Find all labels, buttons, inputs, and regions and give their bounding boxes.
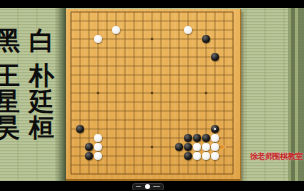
pointer-arrow-icon <box>221 144 226 150</box>
duration-hint <box>153 186 160 187</box>
white-stone <box>211 143 219 151</box>
black-stone <box>193 134 201 142</box>
black-player-column: 黑 王星昊 <box>0 27 21 140</box>
white-stone <box>112 26 120 34</box>
white-stone <box>94 143 102 151</box>
white-label: 白 <box>28 27 55 53</box>
black-stone <box>85 152 93 160</box>
black-stone <box>184 152 192 160</box>
white-stone <box>202 152 210 160</box>
black-stone <box>211 125 219 133</box>
white-player-name: 朴廷桓 <box>28 62 55 140</box>
tatami-background: 黑 王星昊 白 朴廷桓 徐老师围棋教室 <box>0 8 304 181</box>
go-board <box>66 9 241 181</box>
black-stone <box>211 53 219 61</box>
last-move-marker <box>214 128 217 131</box>
white-stone <box>184 26 192 34</box>
black-stone <box>85 143 93 151</box>
player-panel: 黑 王星昊 白 朴廷桓 <box>0 27 55 140</box>
black-player-name: 王星昊 <box>0 62 21 140</box>
letterbox-bottom <box>0 181 304 190</box>
white-stone <box>211 134 219 142</box>
white-stone <box>94 134 102 142</box>
black-stone <box>184 134 192 142</box>
white-player-column: 白 朴廷桓 <box>28 27 55 140</box>
white-stone <box>202 143 210 151</box>
white-stone <box>193 143 201 151</box>
black-stone <box>202 134 210 142</box>
watermark-text: 徐老师围棋教室 <box>250 151 304 162</box>
video-frame: 黑 王星昊 白 朴廷桓 徐老师围棋教室 <box>0 0 304 190</box>
black-stone <box>202 35 210 43</box>
elapsed-time-hint <box>136 186 141 187</box>
stones-layer <box>67 8 238 179</box>
progress-knob[interactable] <box>145 184 150 189</box>
white-stone <box>193 152 201 160</box>
board-left-shadow <box>55 8 66 181</box>
black-stone <box>76 125 84 133</box>
white-stone <box>211 152 219 160</box>
black-label: 黑 <box>0 27 21 53</box>
white-stone <box>94 152 102 160</box>
black-stone <box>175 143 183 151</box>
mini-progress-bar[interactable] <box>132 183 164 191</box>
black-stone <box>184 143 192 151</box>
white-stone <box>94 35 102 43</box>
